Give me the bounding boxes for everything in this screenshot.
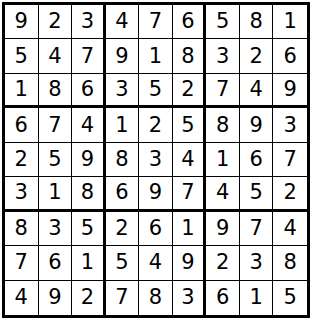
cell-r3c5[interactable]: 5 — [139, 74, 173, 108]
cell-r6c5[interactable]: 9 — [139, 177, 173, 211]
cell-r3c9[interactable]: 9 — [273, 74, 307, 108]
cell-r2c2[interactable]: 4 — [39, 39, 73, 73]
cell-r8c1[interactable]: 7 — [5, 246, 39, 280]
cell-r3c6[interactable]: 2 — [173, 74, 207, 108]
cell-r1c9[interactable]: 1 — [273, 5, 307, 39]
cell-r6c9[interactable]: 2 — [273, 177, 307, 211]
cell-r5c6[interactable]: 4 — [173, 143, 207, 177]
cell-r9c1[interactable]: 4 — [5, 281, 39, 315]
cell-r8c2[interactable]: 6 — [39, 246, 73, 280]
cell-r9c2[interactable]: 9 — [39, 281, 73, 315]
cell-r9c4[interactable]: 7 — [106, 281, 140, 315]
cell-r6c8[interactable]: 5 — [240, 177, 274, 211]
cell-r6c2[interactable]: 1 — [39, 177, 73, 211]
cell-r8c7[interactable]: 2 — [206, 246, 240, 280]
cell-r7c2[interactable]: 3 — [39, 212, 73, 246]
cell-r6c7[interactable]: 4 — [206, 177, 240, 211]
cell-r6c3[interactable]: 8 — [72, 177, 106, 211]
cell-r2c5[interactable]: 1 — [139, 39, 173, 73]
cell-r3c2[interactable]: 8 — [39, 74, 73, 108]
cell-r1c2[interactable]: 2 — [39, 5, 73, 39]
cell-r7c4[interactable]: 2 — [106, 212, 140, 246]
cell-r2c7[interactable]: 3 — [206, 39, 240, 73]
cell-r4c1[interactable]: 6 — [5, 108, 39, 142]
cell-r2c9[interactable]: 6 — [273, 39, 307, 73]
cell-r4c7[interactable]: 8 — [206, 108, 240, 142]
cell-r8c3[interactable]: 1 — [72, 246, 106, 280]
cell-r1c8[interactable]: 8 — [240, 5, 274, 39]
cell-r4c8[interactable]: 9 — [240, 108, 274, 142]
cell-r7c7[interactable]: 9 — [206, 212, 240, 246]
cell-r9c8[interactable]: 1 — [240, 281, 274, 315]
cell-r8c4[interactable]: 5 — [106, 246, 140, 280]
cell-r1c3[interactable]: 3 — [72, 5, 106, 39]
cell-r5c7[interactable]: 1 — [206, 143, 240, 177]
cell-r5c5[interactable]: 3 — [139, 143, 173, 177]
cell-r2c1[interactable]: 5 — [5, 39, 39, 73]
cell-r2c6[interactable]: 8 — [173, 39, 207, 73]
cell-r4c3[interactable]: 4 — [72, 108, 106, 142]
cell-r2c3[interactable]: 7 — [72, 39, 106, 73]
cell-r7c3[interactable]: 5 — [72, 212, 106, 246]
cell-r7c5[interactable]: 6 — [139, 212, 173, 246]
cell-r4c4[interactable]: 1 — [106, 108, 140, 142]
cell-r3c4[interactable]: 3 — [106, 74, 140, 108]
cell-r1c7[interactable]: 5 — [206, 5, 240, 39]
cell-r9c6[interactable]: 3 — [173, 281, 207, 315]
cell-r7c9[interactable]: 4 — [273, 212, 307, 246]
cell-r8c6[interactable]: 9 — [173, 246, 207, 280]
cell-r1c6[interactable]: 6 — [173, 5, 207, 39]
cell-r5c2[interactable]: 5 — [39, 143, 73, 177]
cell-r4c5[interactable]: 2 — [139, 108, 173, 142]
cell-r9c3[interactable]: 2 — [72, 281, 106, 315]
cell-r1c1[interactable]: 9 — [5, 5, 39, 39]
cell-r8c8[interactable]: 3 — [240, 246, 274, 280]
cell-r5c3[interactable]: 9 — [72, 143, 106, 177]
cell-r7c1[interactable]: 8 — [5, 212, 39, 246]
cell-r9c5[interactable]: 8 — [139, 281, 173, 315]
cell-r2c4[interactable]: 9 — [106, 39, 140, 73]
cell-r5c4[interactable]: 8 — [106, 143, 140, 177]
cell-r4c9[interactable]: 3 — [273, 108, 307, 142]
cell-r5c1[interactable]: 2 — [5, 143, 39, 177]
cell-r4c2[interactable]: 7 — [39, 108, 73, 142]
cell-r9c7[interactable]: 6 — [206, 281, 240, 315]
sudoku-board: 9234765815479183261863527496741258932598… — [2, 2, 310, 318]
cell-r3c7[interactable]: 7 — [206, 74, 240, 108]
cell-r8c9[interactable]: 8 — [273, 246, 307, 280]
cell-r7c8[interactable]: 7 — [240, 212, 274, 246]
cell-r8c5[interactable]: 4 — [139, 246, 173, 280]
cell-r5c8[interactable]: 6 — [240, 143, 274, 177]
cell-r2c8[interactable]: 2 — [240, 39, 274, 73]
cell-r1c5[interactable]: 7 — [139, 5, 173, 39]
cell-r5c9[interactable]: 7 — [273, 143, 307, 177]
cell-r9c9[interactable]: 5 — [273, 281, 307, 315]
cell-r6c1[interactable]: 3 — [5, 177, 39, 211]
cell-r4c6[interactable]: 5 — [173, 108, 207, 142]
cell-r3c1[interactable]: 1 — [5, 74, 39, 108]
cell-r1c4[interactable]: 4 — [106, 5, 140, 39]
cell-r3c8[interactable]: 4 — [240, 74, 274, 108]
cell-r7c6[interactable]: 1 — [173, 212, 207, 246]
cell-r3c3[interactable]: 6 — [72, 74, 106, 108]
cell-r6c6[interactable]: 7 — [173, 177, 207, 211]
cell-r6c4[interactable]: 6 — [106, 177, 140, 211]
